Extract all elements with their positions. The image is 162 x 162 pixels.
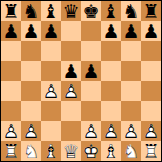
piece-fill: ♞	[121, 1, 141, 21]
square-f6[interactable]	[101, 41, 121, 61]
black-bishop-piece: ♝	[101, 1, 121, 21]
piece-outline: ♙	[61, 81, 81, 101]
piece-fill: ♟	[21, 21, 41, 41]
square-b8[interactable]: ♞	[21, 1, 41, 21]
square-e3[interactable]	[81, 101, 101, 121]
square-h6[interactable]	[141, 41, 161, 61]
white-knight-piece: ♞♘	[21, 141, 41, 161]
square-c2[interactable]	[41, 121, 61, 141]
black-rook-piece: ♜	[141, 1, 161, 21]
piece-fill: ♟	[121, 21, 141, 41]
piece-fill: ♛	[61, 1, 81, 21]
square-g5[interactable]	[121, 61, 141, 81]
black-pawn-piece: ♟	[81, 61, 101, 81]
piece-outline: ♙	[41, 81, 61, 101]
black-pawn-piece: ♟	[121, 21, 141, 41]
square-e7[interactable]	[81, 21, 101, 41]
square-c3[interactable]	[41, 101, 61, 121]
square-h1[interactable]: ♜♖	[141, 141, 161, 161]
square-h2[interactable]: ♟♙	[141, 121, 161, 141]
square-d2[interactable]	[61, 121, 81, 141]
piece-outline: ♕	[61, 141, 81, 161]
piece-outline: ♙	[141, 121, 161, 141]
black-pawn-piece: ♟	[41, 21, 61, 41]
square-e6[interactable]	[81, 41, 101, 61]
square-d3[interactable]	[61, 101, 81, 121]
square-c6[interactable]	[41, 41, 61, 61]
piece-fill: ♟	[101, 21, 121, 41]
square-a2[interactable]: ♟♙	[1, 121, 21, 141]
square-f7[interactable]: ♟	[101, 21, 121, 41]
piece-outline: ♙	[1, 121, 21, 141]
square-g8[interactable]: ♞	[121, 1, 141, 21]
piece-fill: ♝	[41, 1, 61, 21]
square-b5[interactable]	[21, 61, 41, 81]
square-g6[interactable]	[121, 41, 141, 61]
square-f4[interactable]	[101, 81, 121, 101]
white-rook-piece: ♜♖	[141, 141, 161, 161]
square-a5[interactable]	[1, 61, 21, 81]
square-f5[interactable]	[101, 61, 121, 81]
square-b4[interactable]	[21, 81, 41, 101]
black-pawn-piece: ♟	[141, 21, 161, 41]
square-a8[interactable]: ♜	[1, 1, 21, 21]
square-b6[interactable]	[21, 41, 41, 61]
square-f8[interactable]: ♝	[101, 1, 121, 21]
square-g7[interactable]: ♟	[121, 21, 141, 41]
piece-outline: ♙	[21, 121, 41, 141]
black-queen-piece: ♛	[61, 1, 81, 21]
square-g2[interactable]: ♟♙	[121, 121, 141, 141]
piece-outline: ♔	[81, 141, 101, 161]
square-d1[interactable]: ♛♕	[61, 141, 81, 161]
white-pawn-piece: ♟♙	[81, 121, 101, 141]
square-e2[interactable]: ♟♙	[81, 121, 101, 141]
square-e5[interactable]: ♟	[81, 61, 101, 81]
square-h5[interactable]	[141, 61, 161, 81]
white-pawn-piece: ♟♙	[41, 81, 61, 101]
square-d4[interactable]: ♟♙	[61, 81, 81, 101]
square-c7[interactable]: ♟	[41, 21, 61, 41]
square-c5[interactable]	[41, 61, 61, 81]
square-d8[interactable]: ♛	[61, 1, 81, 21]
piece-outline: ♙	[121, 121, 141, 141]
white-queen-piece: ♛♕	[61, 141, 81, 161]
white-bishop-piece: ♝♗	[101, 141, 121, 161]
black-knight-piece: ♞	[121, 1, 141, 21]
chess-board: ♜♞♝♛♚♝♞♜♟♟♟♟♟♟♟♟♟♙♟♙♟♙♟♙♟♙♟♙♟♙♟♙♜♖♞♘♝♗♛♕…	[0, 0, 162, 162]
piece-fill: ♟	[141, 21, 161, 41]
square-a1[interactable]: ♜♖	[1, 141, 21, 161]
piece-outline: ♘	[121, 141, 141, 161]
square-c8[interactable]: ♝	[41, 1, 61, 21]
white-king-piece: ♚♔	[81, 141, 101, 161]
square-f2[interactable]: ♟♙	[101, 121, 121, 141]
black-pawn-piece: ♟	[101, 21, 121, 41]
piece-outline: ♖	[141, 141, 161, 161]
square-b1[interactable]: ♞♘	[21, 141, 41, 161]
square-h8[interactable]: ♜	[141, 1, 161, 21]
black-pawn-piece: ♟	[61, 61, 81, 81]
piece-outline: ♗	[101, 141, 121, 161]
piece-fill: ♜	[1, 1, 21, 21]
piece-outline: ♖	[1, 141, 21, 161]
white-pawn-piece: ♟♙	[141, 121, 161, 141]
piece-fill: ♟	[1, 21, 21, 41]
square-h7[interactable]: ♟	[141, 21, 161, 41]
piece-fill: ♟	[81, 61, 101, 81]
square-g3[interactable]	[121, 101, 141, 121]
black-bishop-piece: ♝	[41, 1, 61, 21]
square-c4[interactable]: ♟♙	[41, 81, 61, 101]
square-g4[interactable]	[121, 81, 141, 101]
square-b3[interactable]	[21, 101, 41, 121]
square-h4[interactable]	[141, 81, 161, 101]
square-d5[interactable]: ♟	[61, 61, 81, 81]
white-rook-piece: ♜♖	[1, 141, 21, 161]
square-g1[interactable]: ♞♘	[121, 141, 141, 161]
white-knight-piece: ♞♘	[121, 141, 141, 161]
square-f1[interactable]: ♝♗	[101, 141, 121, 161]
square-b2[interactable]: ♟♙	[21, 121, 41, 141]
square-f3[interactable]	[101, 101, 121, 121]
piece-fill: ♝	[101, 1, 121, 21]
square-a3[interactable]	[1, 101, 21, 121]
piece-outline: ♘	[21, 141, 41, 161]
piece-fill: ♞	[21, 1, 41, 21]
white-pawn-piece: ♟♙	[101, 121, 121, 141]
square-e1[interactable]: ♚♔	[81, 141, 101, 161]
square-h3[interactable]	[141, 101, 161, 121]
piece-fill: ♜	[141, 1, 161, 21]
piece-fill: ♟	[61, 61, 81, 81]
black-pawn-piece: ♟	[21, 21, 41, 41]
square-d6[interactable]	[61, 41, 81, 61]
square-b7[interactable]: ♟	[21, 21, 41, 41]
white-pawn-piece: ♟♙	[1, 121, 21, 141]
piece-outline: ♗	[41, 141, 61, 161]
piece-fill: ♟	[41, 21, 61, 41]
black-rook-piece: ♜	[1, 1, 21, 21]
square-e8[interactable]: ♚	[81, 1, 101, 21]
square-c1[interactable]: ♝♗	[41, 141, 61, 161]
white-pawn-piece: ♟♙	[61, 81, 81, 101]
square-d7[interactable]	[61, 21, 81, 41]
square-a6[interactable]	[1, 41, 21, 61]
square-a4[interactable]	[1, 81, 21, 101]
square-a7[interactable]: ♟	[1, 21, 21, 41]
square-e4[interactable]	[81, 81, 101, 101]
piece-outline: ♙	[101, 121, 121, 141]
chess-board-wrapper: ♜♞♝♛♚♝♞♜♟♟♟♟♟♟♟♟♟♙♟♙♟♙♟♙♟♙♟♙♟♙♟♙♜♖♞♘♝♗♛♕…	[0, 0, 162, 162]
white-pawn-piece: ♟♙	[121, 121, 141, 141]
white-bishop-piece: ♝♗	[41, 141, 61, 161]
piece-outline: ♙	[81, 121, 101, 141]
piece-fill: ♚	[81, 1, 101, 21]
black-knight-piece: ♞	[21, 1, 41, 21]
black-pawn-piece: ♟	[1, 21, 21, 41]
white-pawn-piece: ♟♙	[21, 121, 41, 141]
black-king-piece: ♚	[81, 1, 101, 21]
